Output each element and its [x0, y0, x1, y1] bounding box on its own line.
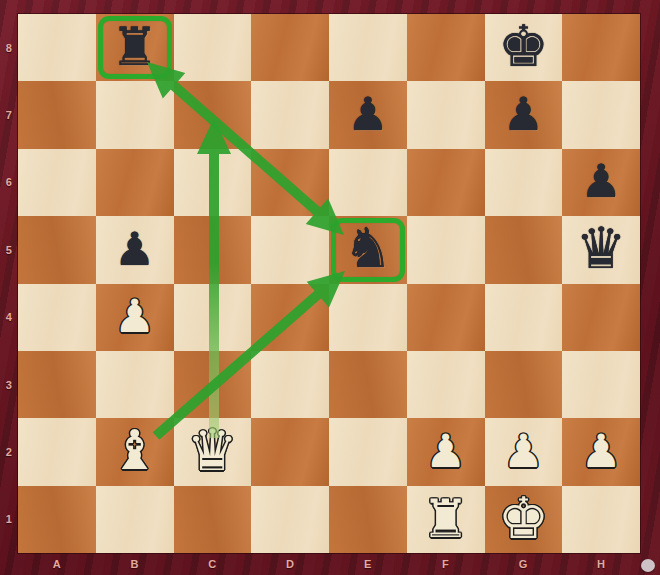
square-e2[interactable] — [329, 418, 407, 485]
file-label-B: B — [96, 553, 174, 575]
black-rook[interactable]: ♜ — [111, 20, 159, 73]
square-c4[interactable] — [174, 284, 252, 351]
rank-label-3: 3 — [0, 351, 18, 418]
square-d3[interactable] — [251, 351, 329, 418]
square-b6[interactable] — [96, 149, 174, 216]
white-pawn[interactable]: ♟ — [503, 428, 544, 474]
square-h8[interactable] — [562, 14, 640, 81]
file-label-F: F — [407, 553, 485, 575]
black-queen[interactable]: ♛ — [576, 220, 627, 277]
square-g4[interactable] — [485, 284, 563, 351]
square-h6[interactable]: ♟ — [562, 149, 640, 216]
square-d1[interactable] — [251, 486, 329, 553]
square-a1[interactable] — [18, 486, 96, 553]
square-g5[interactable] — [485, 216, 563, 283]
white-rook[interactable]: ♜ — [422, 492, 470, 545]
white-bishop[interactable]: ♝ — [110, 423, 159, 478]
rank-label-2: 2 — [0, 418, 18, 485]
corner-dot-icon — [641, 559, 655, 572]
square-b4[interactable]: ♟ — [96, 284, 174, 351]
black-pawn[interactable]: ♟ — [347, 91, 388, 137]
square-b3[interactable] — [96, 351, 174, 418]
square-f6[interactable] — [407, 149, 485, 216]
square-d5[interactable] — [251, 216, 329, 283]
square-b1[interactable] — [96, 486, 174, 553]
file-label-C: C — [174, 553, 252, 575]
black-pawn[interactable]: ♟ — [114, 226, 155, 272]
square-a3[interactable] — [18, 351, 96, 418]
square-c3[interactable] — [174, 351, 252, 418]
square-h7[interactable] — [562, 81, 640, 148]
square-h3[interactable] — [562, 351, 640, 418]
square-b5[interactable]: ♟ — [96, 216, 174, 283]
square-f5[interactable] — [407, 216, 485, 283]
square-h1[interactable] — [562, 486, 640, 553]
square-f8[interactable] — [407, 14, 485, 81]
rank-label-5: 5 — [0, 216, 18, 283]
square-a2[interactable] — [18, 418, 96, 485]
square-c7[interactable] — [174, 81, 252, 148]
rank-label-7: 7 — [0, 81, 18, 148]
square-e4[interactable] — [329, 284, 407, 351]
chess-board-screenshot: 87654321 ♜♚♟♟♟♟♞♛♟♝♛♟♟♟♜♚ ABCDEFGH — [0, 0, 660, 575]
square-a8[interactable] — [18, 14, 96, 81]
black-king[interactable]: ♚ — [498, 18, 549, 75]
file-label-G: G — [485, 553, 563, 575]
square-h5[interactable]: ♛ — [562, 216, 640, 283]
white-pawn[interactable]: ♟ — [425, 428, 466, 474]
file-label-H: H — [562, 553, 640, 575]
square-d6[interactable] — [251, 149, 329, 216]
square-d7[interactable] — [251, 81, 329, 148]
white-queen[interactable]: ♛ — [187, 422, 238, 479]
white-pawn[interactable]: ♟ — [581, 428, 622, 474]
rank-label-4: 4 — [0, 284, 18, 351]
square-d8[interactable] — [251, 14, 329, 81]
square-c5[interactable] — [174, 216, 252, 283]
black-pawn[interactable]: ♟ — [503, 91, 544, 137]
rank-label-8: 8 — [0, 14, 18, 81]
chessboard[interactable]: ♜♚♟♟♟♟♞♛♟♝♛♟♟♟♜♚ — [18, 14, 640, 553]
square-f7[interactable] — [407, 81, 485, 148]
file-label-A: A — [18, 553, 96, 575]
rank-label-6: 6 — [0, 149, 18, 216]
square-f4[interactable] — [407, 284, 485, 351]
rank-labels: 87654321 — [0, 14, 18, 553]
square-e5[interactable]: ♞ — [329, 216, 407, 283]
square-a4[interactable] — [18, 284, 96, 351]
square-b2[interactable]: ♝ — [96, 418, 174, 485]
file-label-D: D — [251, 553, 329, 575]
file-labels: ABCDEFGH — [18, 553, 640, 575]
square-g6[interactable] — [485, 149, 563, 216]
square-f1[interactable]: ♜ — [407, 486, 485, 553]
square-e3[interactable] — [329, 351, 407, 418]
square-e1[interactable] — [329, 486, 407, 553]
square-h2[interactable]: ♟ — [562, 418, 640, 485]
square-e7[interactable]: ♟ — [329, 81, 407, 148]
square-a5[interactable] — [18, 216, 96, 283]
black-pawn[interactable]: ♟ — [581, 158, 622, 204]
white-pawn[interactable]: ♟ — [114, 293, 155, 339]
square-c8[interactable] — [174, 14, 252, 81]
square-c1[interactable] — [174, 486, 252, 553]
square-b7[interactable] — [96, 81, 174, 148]
square-g7[interactable]: ♟ — [485, 81, 563, 148]
square-a7[interactable] — [18, 81, 96, 148]
square-e6[interactable] — [329, 149, 407, 216]
file-label-E: E — [329, 553, 407, 575]
white-king[interactable]: ♚ — [498, 490, 549, 547]
square-e8[interactable] — [329, 14, 407, 81]
square-h4[interactable] — [562, 284, 640, 351]
square-g2[interactable]: ♟ — [485, 418, 563, 485]
square-a6[interactable] — [18, 149, 96, 216]
square-f3[interactable] — [407, 351, 485, 418]
square-g1[interactable]: ♚ — [485, 486, 563, 553]
square-f2[interactable]: ♟ — [407, 418, 485, 485]
square-g3[interactable] — [485, 351, 563, 418]
square-b8[interactable]: ♜ — [96, 14, 174, 81]
square-c6[interactable] — [174, 149, 252, 216]
square-d4[interactable] — [251, 284, 329, 351]
square-g8[interactable]: ♚ — [485, 14, 563, 81]
rank-label-1: 1 — [0, 486, 18, 553]
black-knight[interactable]: ♞ — [343, 221, 392, 276]
square-c2[interactable]: ♛ — [174, 418, 252, 485]
square-d2[interactable] — [251, 418, 329, 485]
